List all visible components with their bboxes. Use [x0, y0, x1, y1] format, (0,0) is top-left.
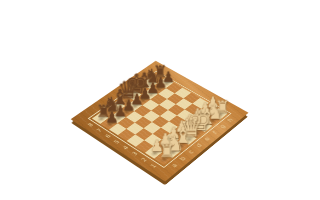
chess-board: ♜♞♝♛♚♝♞♜♟♟♟♟♟♟♟♟♟♟♟♟♟♟♟♟♜♞♝♛♚♝♞♜ abcdefg… — [71, 61, 200, 182]
piece-black-pawn[interactable]: ♟ — [99, 110, 125, 125]
piece-white-rook[interactable]: ♜ — [153, 142, 181, 160]
photo-scene: ♜♞♝♛♚♝♞♜♟♟♟♟♟♟♟♟♟♟♟♟♟♟♟♟♜♞♝♛♚♝♞♜ abcdefg… — [0, 0, 200, 200]
